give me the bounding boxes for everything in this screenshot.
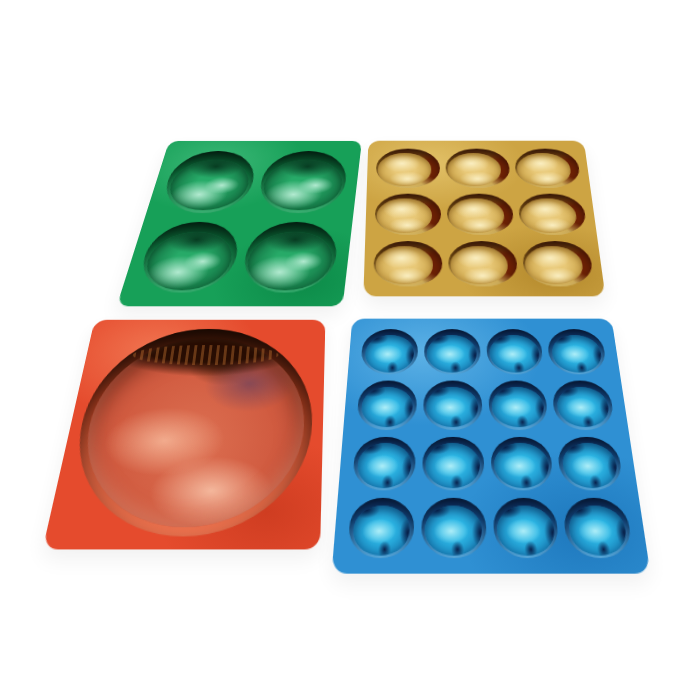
convex-mirror-blue-13 <box>351 506 410 556</box>
mirror-well-gold-3 <box>514 149 582 188</box>
mirror-well-blue-8 <box>551 380 615 429</box>
mirror-well-gold-4 <box>374 193 441 235</box>
mirror-well-blue-14 <box>421 498 487 558</box>
mirror-well-blue-13 <box>347 498 414 558</box>
red-mirror-tray <box>43 320 326 550</box>
mirror-well-blue-16 <box>562 498 633 558</box>
mirror-well-blue-9 <box>352 436 416 490</box>
gold-mirror-tray <box>363 141 605 297</box>
mirror-well-blue-1 <box>360 329 418 374</box>
convex-mirror-blue-10 <box>426 443 481 488</box>
mirror-well-gold-6 <box>517 193 588 235</box>
convex-mirror-gold-5 <box>448 198 505 233</box>
convex-mirror-gold-9 <box>524 247 586 285</box>
convex-mirror-blue-4 <box>550 335 604 372</box>
convex-mirror-green-4 <box>242 232 336 291</box>
mirror-well-green-3 <box>134 221 244 292</box>
blue-mirror-tray <box>332 319 651 574</box>
mirror-well-green-1 <box>158 151 259 213</box>
convex-mirror-green-2 <box>258 160 345 211</box>
convex-mirror-blue-9 <box>356 443 412 488</box>
mirror-well-blue-12 <box>557 436 625 490</box>
convex-mirror-gold-7 <box>375 247 433 285</box>
mirror-well-gold-5 <box>446 193 514 235</box>
mirror-well-blue-15 <box>492 498 560 558</box>
mirror-well-gold-2 <box>445 149 511 188</box>
mirror-well-gold-9 <box>521 241 594 286</box>
mirror-well-green-2 <box>254 151 349 213</box>
mirror-well-blue-4 <box>547 329 608 374</box>
convex-mirror-green-3 <box>138 232 237 291</box>
convex-mirror-gold-1 <box>378 153 432 185</box>
mirror-well-gold-7 <box>373 241 443 286</box>
convex-mirror-gold-2 <box>447 153 502 185</box>
convex-mirror-blue-1 <box>364 335 415 372</box>
mirror-well-blue-7 <box>487 380 548 429</box>
convex-mirror-blue-15 <box>496 506 556 556</box>
convex-mirror-gold-6 <box>520 198 579 233</box>
product-photo <box>0 0 700 700</box>
convex-mirror-red-1 <box>68 338 307 527</box>
mirror-well-gold-1 <box>376 149 441 188</box>
mirror-well-blue-2 <box>424 329 481 374</box>
green-mirror-tray <box>117 141 362 306</box>
building-reflection <box>131 345 279 365</box>
convex-mirror-blue-11 <box>494 443 551 488</box>
mirror-well-blue-5 <box>356 380 417 429</box>
convex-mirror-gold-3 <box>516 153 573 185</box>
mirror-well-blue-10 <box>422 436 485 490</box>
convex-mirror-blue-12 <box>561 443 620 488</box>
convex-mirror-blue-7 <box>491 387 545 428</box>
mirror-well-gold-8 <box>448 241 519 286</box>
mirror-well-blue-6 <box>423 380 483 429</box>
mirror-well-red-1 <box>57 329 315 537</box>
convex-mirror-green-1 <box>162 160 253 211</box>
convex-mirror-blue-3 <box>489 335 541 372</box>
convex-mirror-gold-4 <box>377 198 433 233</box>
convex-mirror-blue-5 <box>360 387 413 428</box>
mirror-well-blue-3 <box>485 329 544 374</box>
convex-mirror-blue-2 <box>427 335 477 372</box>
convex-mirror-blue-16 <box>567 506 630 556</box>
mirror-well-green-4 <box>237 221 340 292</box>
convex-mirror-blue-8 <box>555 387 611 428</box>
mirror-well-blue-11 <box>490 436 555 490</box>
convex-mirror-gold-8 <box>450 247 509 285</box>
convex-mirror-blue-14 <box>425 506 483 556</box>
convex-mirror-blue-6 <box>426 387 478 428</box>
